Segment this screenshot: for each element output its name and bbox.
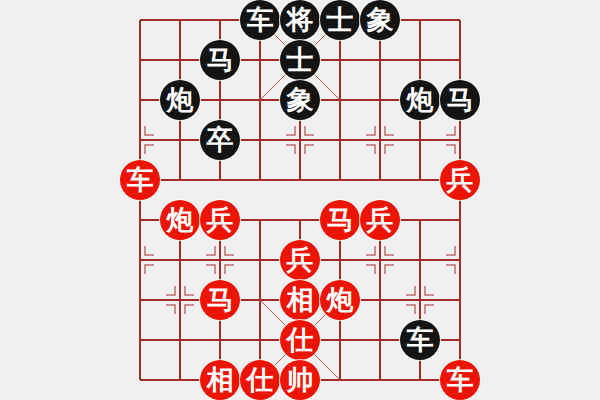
black-horse[interactable]: 马 [440,80,480,120]
xiangqi-app: 车将士象马士炮象炮马卒车车兵炮兵马兵兵马相炮仕相仕帅车 [0,0,600,400]
black-chariot[interactable]: 车 [240,0,280,40]
red-cannon[interactable]: 炮 [320,280,360,320]
red-elephant[interactable]: 相 [200,360,240,400]
red-horse[interactable]: 马 [320,200,360,240]
black-elephant[interactable]: 象 [280,80,320,120]
red-horse[interactable]: 马 [200,280,240,320]
red-soldier[interactable]: 兵 [280,240,320,280]
piece-layer: 车将士象马士炮象炮马卒车车兵炮兵马兵兵马相炮仕相仕帅车 [0,0,600,400]
black-chariot[interactable]: 车 [400,320,440,360]
black-advisor[interactable]: 士 [280,40,320,80]
red-king[interactable]: 帅 [280,360,320,400]
red-advisor[interactable]: 仕 [240,360,280,400]
black-cannon[interactable]: 炮 [160,80,200,120]
red-soldier[interactable]: 兵 [440,160,480,200]
black-king[interactable]: 将 [280,0,320,40]
black-soldier[interactable]: 卒 [200,120,240,160]
black-advisor[interactable]: 士 [320,0,360,40]
black-horse[interactable]: 马 [200,40,240,80]
red-advisor[interactable]: 仕 [280,320,320,360]
red-soldier[interactable]: 兵 [200,200,240,240]
black-elephant[interactable]: 象 [360,0,400,40]
red-chariot[interactable]: 车 [440,360,480,400]
red-elephant[interactable]: 相 [280,280,320,320]
black-cannon[interactable]: 炮 [400,80,440,120]
red-soldier[interactable]: 兵 [360,200,400,240]
red-chariot[interactable]: 车 [120,160,160,200]
red-cannon[interactable]: 炮 [160,200,200,240]
